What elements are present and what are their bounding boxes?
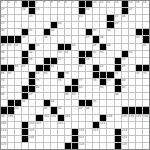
cell-17-6[interactable] <box>44 122 50 128</box>
cell-0-18[interactable]: 14 <box>129 1 135 7</box>
cell-13-13[interactable] <box>93 93 99 99</box>
cell-12-11[interactable]: 83 <box>79 86 85 92</box>
cell-7-2[interactable] <box>15 51 21 57</box>
cell-3-9[interactable] <box>65 22 71 28</box>
cell-13-9[interactable]: 88 <box>65 93 71 99</box>
cell-9-17[interactable]: 65 <box>122 65 128 71</box>
cell-12-14[interactable]: 84 <box>100 86 106 92</box>
cell-0-5[interactable]: 4 <box>36 1 42 7</box>
cell-13-14[interactable] <box>100 93 106 99</box>
cell-12-6[interactable] <box>44 86 50 92</box>
cell-11-1[interactable] <box>8 79 14 85</box>
cell-13-10[interactable]: 89 <box>72 93 78 99</box>
cell-6-16[interactable] <box>115 44 121 50</box>
cell-17-2[interactable] <box>15 122 21 128</box>
cell-6-7[interactable] <box>51 44 57 50</box>
cell-17-0[interactable]: 109 <box>1 122 7 128</box>
cell-7-16[interactable] <box>115 51 121 57</box>
cell-1-18[interactable]: 21 <box>129 8 135 14</box>
cell-8-1[interactable] <box>8 58 14 64</box>
cell-18-9[interactable] <box>65 129 71 135</box>
cell-13-16[interactable]: 90 <box>115 93 121 99</box>
cell-7-20[interactable] <box>143 51 149 57</box>
cell-17-5[interactable]: 111 <box>36 122 42 128</box>
cell-0-8[interactable]: 7 <box>58 1 64 7</box>
cell-19-14[interactable] <box>100 136 106 142</box>
cell-8-18[interactable] <box>129 58 135 64</box>
cell-5-12[interactable]: 37 <box>86 36 92 42</box>
cell-2-2[interactable] <box>15 15 21 21</box>
cell-11-8[interactable]: 76 <box>58 79 64 85</box>
cell-0-7[interactable]: 6 <box>51 1 57 7</box>
cell-12-19[interactable] <box>136 86 142 92</box>
cell-12-18[interactable] <box>129 86 135 92</box>
cell-0-19[interactable]: 15 <box>136 1 142 7</box>
cell-17-14[interactable]: 113 <box>100 122 106 128</box>
cell-15-12[interactable]: 98 <box>86 107 92 113</box>
cell-4-4[interactable]: 31 <box>29 29 35 35</box>
cell-13-19[interactable] <box>136 93 142 99</box>
cell-3-14[interactable] <box>100 22 106 28</box>
cell-4-10[interactable] <box>72 29 78 35</box>
cell-4-5[interactable] <box>36 29 42 35</box>
cell-1-19[interactable] <box>136 8 142 14</box>
cell-2-12[interactable] <box>86 15 92 21</box>
cell-2-9[interactable] <box>65 15 71 21</box>
cell-8-5[interactable] <box>36 58 42 64</box>
cell-16-20[interactable]: 108 <box>143 115 149 121</box>
cell-20-17[interactable]: 125 <box>122 143 128 149</box>
cell-9-8[interactable] <box>58 65 64 71</box>
cell-20-19[interactable] <box>136 143 142 149</box>
cell-9-7[interactable]: 62 <box>51 65 57 71</box>
cell-5-17[interactable] <box>122 36 128 42</box>
cell-5-4[interactable] <box>29 36 35 42</box>
cell-1-5[interactable]: 19 <box>36 8 42 14</box>
cell-14-8[interactable] <box>58 100 64 106</box>
cell-15-13[interactable] <box>93 107 99 113</box>
cell-0-9[interactable]: 8 <box>65 1 71 7</box>
cell-19-15[interactable] <box>107 136 113 142</box>
cell-3-6[interactable] <box>44 22 50 28</box>
cell-15-6[interactable]: 95 <box>44 107 50 113</box>
cell-18-13[interactable]: 117 <box>93 129 99 135</box>
cell-3-5[interactable] <box>36 22 42 28</box>
cell-6-1[interactable]: 41 <box>8 44 14 50</box>
cell-12-5[interactable]: 82 <box>36 86 42 92</box>
cell-11-13[interactable]: 78 <box>93 79 99 85</box>
cell-16-17[interactable]: 105 <box>122 115 128 121</box>
cell-10-11[interactable] <box>79 72 85 78</box>
cell-1-16[interactable] <box>115 8 121 14</box>
cell-4-17[interactable] <box>122 29 128 35</box>
cell-15-3[interactable] <box>22 107 28 113</box>
cell-14-19[interactable] <box>136 100 142 106</box>
cell-0-15[interactable]: 12 <box>107 1 113 7</box>
cell-1-10[interactable] <box>72 8 78 14</box>
cell-11-12[interactable] <box>86 79 92 85</box>
cell-10-18[interactable] <box>129 72 135 78</box>
cell-7-19[interactable] <box>136 51 142 57</box>
cell-16-1[interactable]: 100 <box>8 115 14 121</box>
cell-7-5[interactable] <box>36 51 42 57</box>
cell-14-4[interactable] <box>29 100 35 106</box>
cell-9-15[interactable] <box>107 65 113 71</box>
cell-0-0[interactable]: 1 <box>1 1 7 7</box>
cell-13-5[interactable] <box>36 93 42 99</box>
cell-10-3[interactable] <box>22 72 28 78</box>
cell-15-16[interactable] <box>115 107 121 113</box>
cell-6-17[interactable] <box>122 44 128 50</box>
cell-20-7[interactable] <box>51 143 57 149</box>
cell-2-18[interactable] <box>129 15 135 21</box>
cell-18-20[interactable] <box>143 129 149 135</box>
cell-11-3[interactable] <box>22 79 28 85</box>
cell-18-8[interactable] <box>58 129 64 135</box>
cell-6-11[interactable] <box>79 44 85 50</box>
cell-7-0[interactable]: 48 <box>1 51 7 57</box>
cell-4-18[interactable] <box>129 29 135 35</box>
cell-2-10[interactable] <box>72 15 78 21</box>
cell-9-12[interactable] <box>86 65 92 71</box>
cell-14-13[interactable]: 93 <box>93 100 99 106</box>
cell-9-10[interactable] <box>72 65 78 71</box>
cell-7-9[interactable]: 51 <box>65 51 71 57</box>
cell-4-15[interactable]: 34 <box>107 29 113 35</box>
cell-20-11[interactable]: 124 <box>79 143 85 149</box>
cell-8-17[interactable]: 59 <box>122 58 128 64</box>
cell-20-14[interactable] <box>100 143 106 149</box>
cell-8-9[interactable] <box>65 58 71 64</box>
cell-4-1[interactable] <box>8 29 14 35</box>
cell-17-17[interactable] <box>122 122 128 128</box>
cell-15-11[interactable]: 97 <box>79 107 85 113</box>
cell-5-19[interactable]: 39 <box>136 36 142 42</box>
cell-13-11[interactable] <box>79 93 85 99</box>
cell-8-19[interactable] <box>136 58 142 64</box>
cell-2-14[interactable] <box>100 15 106 21</box>
cell-15-9[interactable] <box>65 107 71 113</box>
cell-2-19[interactable] <box>136 15 142 21</box>
cell-8-0[interactable]: 55 <box>1 58 7 64</box>
cell-20-20[interactable] <box>143 143 149 149</box>
cell-19-1[interactable] <box>8 136 14 142</box>
cell-4-14[interactable] <box>100 29 106 35</box>
cell-4-2[interactable] <box>15 29 21 35</box>
cell-1-6[interactable] <box>44 8 50 14</box>
cell-17-7[interactable] <box>51 122 57 128</box>
cell-10-7[interactable] <box>51 72 57 78</box>
cell-4-0[interactable]: 30 <box>1 29 7 35</box>
cell-8-12[interactable]: 58 <box>86 58 92 64</box>
cell-11-7[interactable] <box>51 79 57 85</box>
cell-6-3[interactable] <box>22 44 28 50</box>
cell-17-1[interactable] <box>8 122 14 128</box>
cell-5-14[interactable]: 38 <box>100 36 106 42</box>
cell-7-6[interactable] <box>44 51 50 57</box>
cell-6-12[interactable] <box>86 44 92 50</box>
cell-16-16[interactable] <box>115 115 121 121</box>
cell-20-18[interactable] <box>129 143 135 149</box>
cell-6-13[interactable]: 45 <box>93 44 99 50</box>
cell-2-13[interactable] <box>93 15 99 21</box>
cell-17-8[interactable]: 112 <box>58 122 64 128</box>
cell-3-12[interactable] <box>86 22 92 28</box>
cell-4-16[interactable] <box>115 29 121 35</box>
cell-19-17[interactable]: 122 <box>122 136 128 142</box>
cell-12-8[interactable] <box>58 86 64 92</box>
cell-18-19[interactable] <box>136 129 142 135</box>
cell-17-4[interactable]: 110 <box>29 122 35 128</box>
cell-1-13[interactable] <box>93 8 99 14</box>
cell-20-15[interactable] <box>107 143 113 149</box>
cell-12-7[interactable] <box>51 86 57 92</box>
cell-3-4[interactable] <box>29 22 35 28</box>
cell-6-18[interactable] <box>129 44 135 50</box>
cell-2-5[interactable] <box>36 15 42 21</box>
cell-10-19[interactable]: 72 <box>136 72 142 78</box>
cell-12-20[interactable] <box>143 86 149 92</box>
cell-4-11[interactable] <box>79 29 85 35</box>
cell-3-19[interactable] <box>136 22 142 28</box>
cell-0-16[interactable]: 13 <box>115 1 121 7</box>
cell-2-17[interactable]: 26 <box>122 15 128 21</box>
cell-20-1[interactable] <box>8 143 14 149</box>
cell-13-20[interactable] <box>143 93 149 99</box>
cell-16-9[interactable]: 103 <box>65 115 71 121</box>
cell-3-1[interactable] <box>8 22 14 28</box>
cell-2-16[interactable]: 25 <box>115 15 121 21</box>
cell-19-13[interactable] <box>93 136 99 142</box>
cell-2-11[interactable]: 24 <box>79 15 85 21</box>
cell-2-1[interactable] <box>8 15 14 21</box>
cell-18-4[interactable]: 115 <box>29 129 35 135</box>
cell-18-11[interactable]: 116 <box>79 129 85 135</box>
cell-19-20[interactable] <box>143 136 149 142</box>
cell-18-2[interactable] <box>15 129 21 135</box>
cell-10-16[interactable]: 71 <box>115 72 121 78</box>
cell-16-15[interactable]: 104 <box>107 115 113 121</box>
cell-1-3[interactable]: 18 <box>22 8 28 14</box>
cell-8-4[interactable]: 56 <box>29 58 35 64</box>
cell-15-2[interactable]: 94 <box>15 107 21 113</box>
cell-14-7[interactable]: 92 <box>51 100 57 106</box>
cell-4-9[interactable] <box>65 29 71 35</box>
cell-0-20[interactable]: 16 <box>143 1 149 7</box>
cell-3-2[interactable] <box>15 22 21 28</box>
cell-3-13[interactable] <box>93 22 99 28</box>
cell-5-10[interactable] <box>72 36 78 42</box>
cell-1-7[interactable] <box>51 8 57 14</box>
cell-3-10[interactable] <box>72 22 78 28</box>
cell-16-4[interactable] <box>29 115 35 121</box>
cell-14-3[interactable]: 91 <box>22 100 28 106</box>
cell-13-7[interactable] <box>51 93 57 99</box>
cell-1-15[interactable] <box>107 8 113 14</box>
cell-5-16[interactable] <box>115 36 121 42</box>
cell-5-7[interactable] <box>51 36 57 42</box>
cell-14-18[interactable] <box>129 100 135 106</box>
cell-10-20[interactable]: 73 <box>143 72 149 78</box>
cell-13-8[interactable] <box>58 93 64 99</box>
cell-17-18[interactable] <box>129 122 135 128</box>
cell-3-18[interactable] <box>129 22 135 28</box>
cell-18-6[interactable] <box>44 129 50 135</box>
cell-17-11[interactable] <box>79 122 85 128</box>
cell-14-14[interactable] <box>100 100 106 106</box>
cell-8-20[interactable] <box>143 58 149 64</box>
cell-0-2[interactable]: 3 <box>15 1 21 7</box>
cell-0-14[interactable]: 11 <box>100 1 106 7</box>
cell-20-4[interactable] <box>29 143 35 149</box>
cell-16-13[interactable] <box>93 115 99 121</box>
cell-13-1[interactable] <box>8 93 14 99</box>
cell-16-6[interactable]: 101 <box>44 115 50 121</box>
cell-5-15[interactable] <box>107 36 113 42</box>
cell-10-12[interactable] <box>86 72 92 78</box>
cell-19-9[interactable] <box>65 136 71 142</box>
cell-18-17[interactable]: 118 <box>122 129 128 135</box>
cell-19-8[interactable] <box>58 136 64 142</box>
cell-16-2[interactable] <box>15 115 21 121</box>
cell-8-2[interactable] <box>15 58 21 64</box>
cell-0-1[interactable]: 2 <box>8 1 14 7</box>
cell-3-16[interactable]: 29 <box>115 22 121 28</box>
cell-16-0[interactable]: 99 <box>1 115 7 121</box>
cell-9-14[interactable]: 64 <box>100 65 106 71</box>
cell-12-0[interactable]: 81 <box>1 86 7 92</box>
cell-4-8[interactable] <box>58 29 64 35</box>
cell-12-2[interactable] <box>15 86 21 92</box>
cell-6-19[interactable] <box>136 44 142 50</box>
cell-11-15[interactable]: 79 <box>107 79 113 85</box>
cell-8-13[interactable] <box>93 58 99 64</box>
cell-15-4[interactable] <box>29 107 35 113</box>
cell-2-6[interactable] <box>44 15 50 21</box>
cell-10-17[interactable] <box>122 72 128 78</box>
cell-2-8[interactable] <box>58 15 64 21</box>
cell-20-6[interactable] <box>44 143 50 149</box>
cell-8-8[interactable]: 57 <box>58 58 64 64</box>
cell-16-18[interactable]: 106 <box>129 115 135 121</box>
cell-14-10[interactable] <box>72 100 78 106</box>
cell-19-4[interactable]: 120 <box>29 136 35 142</box>
cell-7-8[interactable]: 50 <box>58 51 64 57</box>
cell-1-9[interactable] <box>65 8 71 14</box>
cell-13-15[interactable] <box>107 93 113 99</box>
cell-9-11[interactable]: 63 <box>79 65 85 71</box>
cell-18-14[interactable] <box>100 129 106 135</box>
cell-16-19[interactable]: 107 <box>136 115 142 121</box>
cell-11-2[interactable] <box>15 79 21 85</box>
cell-17-9[interactable] <box>65 122 71 128</box>
cell-12-15[interactable] <box>107 86 113 92</box>
cell-2-4[interactable]: 23 <box>29 15 35 21</box>
cell-1-20[interactable] <box>143 8 149 14</box>
cell-20-2[interactable] <box>15 143 21 149</box>
cell-19-6[interactable] <box>44 136 50 142</box>
cell-17-15[interactable] <box>107 122 113 128</box>
cell-11-19[interactable] <box>136 79 142 85</box>
cell-18-18[interactable] <box>129 129 135 135</box>
cell-6-15[interactable]: 46 <box>107 44 113 50</box>
cell-7-7[interactable] <box>51 51 57 57</box>
cell-18-5[interactable] <box>36 129 42 135</box>
cell-11-6[interactable] <box>44 79 50 85</box>
cell-10-10[interactable] <box>72 72 78 78</box>
cell-20-13[interactable] <box>93 143 99 149</box>
cell-3-3[interactable] <box>22 22 28 28</box>
cell-3-11[interactable] <box>79 22 85 28</box>
cell-19-2[interactable] <box>15 136 21 142</box>
cell-1-14[interactable] <box>100 8 106 14</box>
cell-2-7[interactable] <box>51 15 57 21</box>
cell-9-4[interactable] <box>29 65 35 71</box>
cell-20-5[interactable] <box>36 143 42 149</box>
cell-3-8[interactable]: 28 <box>58 22 64 28</box>
cell-14-17[interactable] <box>122 100 128 106</box>
cell-8-10[interactable] <box>72 58 78 64</box>
cell-11-20[interactable] <box>143 79 149 85</box>
cell-4-7[interactable]: 32 <box>51 29 57 35</box>
cell-7-15[interactable] <box>107 51 113 57</box>
cell-5-8[interactable] <box>58 36 64 42</box>
cell-13-2[interactable] <box>15 93 21 99</box>
cell-2-0[interactable]: 22 <box>1 15 7 21</box>
cell-20-0[interactable]: 123 <box>1 143 7 149</box>
cell-1-1[interactable] <box>8 8 14 14</box>
cell-7-18[interactable]: 54 <box>129 51 135 57</box>
cell-11-9[interactable] <box>65 79 71 85</box>
cell-18-12[interactable] <box>86 129 92 135</box>
cell-13-0[interactable]: 86 <box>1 93 7 99</box>
cell-11-17[interactable]: 80 <box>122 79 128 85</box>
cell-14-0[interactable] <box>1 100 7 106</box>
cell-17-20[interactable] <box>143 122 149 128</box>
cell-17-19[interactable] <box>136 122 142 128</box>
cell-18-15[interactable] <box>107 129 113 135</box>
cell-3-17[interactable] <box>122 22 128 28</box>
cell-11-0[interactable]: 74 <box>1 79 7 85</box>
cell-16-12[interactable] <box>86 115 92 121</box>
cell-7-14[interactable]: 53 <box>100 51 106 57</box>
cell-15-15[interactable] <box>107 107 113 113</box>
cell-16-10[interactable] <box>72 115 78 121</box>
cell-14-5[interactable] <box>36 100 42 106</box>
cell-1-8[interactable] <box>58 8 64 14</box>
cell-10-1[interactable]: 67 <box>8 72 14 78</box>
cell-20-3[interactable] <box>22 143 28 149</box>
cell-19-0[interactable]: 119 <box>1 136 7 142</box>
cell-19-5[interactable] <box>36 136 42 142</box>
cell-0-13[interactable]: 10 <box>93 1 99 7</box>
cell-19-19[interactable] <box>136 136 142 142</box>
cell-8-14[interactable] <box>100 58 106 64</box>
cell-14-20[interactable] <box>143 100 149 106</box>
cell-6-10[interactable]: 44 <box>72 44 78 50</box>
cell-2-3[interactable] <box>22 15 28 21</box>
cell-7-10[interactable] <box>72 51 78 57</box>
cell-3-0[interactable]: 27 <box>1 22 7 28</box>
cell-12-17[interactable]: 85 <box>122 86 128 92</box>
cell-12-13[interactable] <box>93 86 99 92</box>
cell-7-1[interactable] <box>8 51 14 57</box>
cell-0-10[interactable]: 9 <box>72 1 78 7</box>
cell-1-12[interactable]: 20 <box>86 8 92 14</box>
cell-0-6[interactable]: 5 <box>44 1 50 7</box>
cell-9-3[interactable]: 61 <box>22 65 28 71</box>
cell-6-20[interactable]: 47 <box>143 44 149 50</box>
